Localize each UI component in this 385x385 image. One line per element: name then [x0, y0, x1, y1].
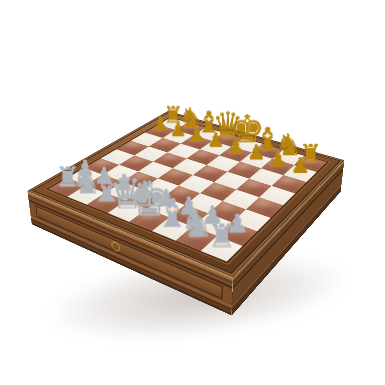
square-d5[interactable] [173, 159, 207, 175]
piece-gold-pawn[interactable]: ♟ [226, 136, 245, 157]
chess-set-photo: ♜♞♝♛♚♝♞♜♟♟♟♟♟♟♟♟♟♟♟♟♟♟♟♟♜♞♝♛♚♝♞♜ [0, 0, 385, 385]
board-frame: ♜♞♝♛♚♝♞♜♟♟♟♟♟♟♟♟♟♟♟♟♟♟♟♟♜♞♝♛♚♝♞♜ [27, 111, 344, 277]
square-h1[interactable]: ♜ [201, 236, 243, 262]
piece-silver-rook[interactable]: ♜ [207, 219, 236, 252]
piece-gold-pawn[interactable]: ♟ [169, 120, 187, 140]
square-g6[interactable] [249, 168, 283, 185]
piece-gold-pawn[interactable]: ♟ [188, 125, 206, 145]
piece-gold-pawn[interactable]: ♟ [207, 131, 225, 151]
piece-gold-pawn[interactable]: ♟ [152, 115, 169, 134]
drawer-ring-pull-icon [111, 240, 120, 253]
piece-gold-pawn[interactable]: ♟ [247, 142, 266, 163]
piece-gold-pawn[interactable]: ♟ [268, 148, 287, 169]
piece-gold-pawn[interactable]: ♟ [290, 155, 310, 177]
